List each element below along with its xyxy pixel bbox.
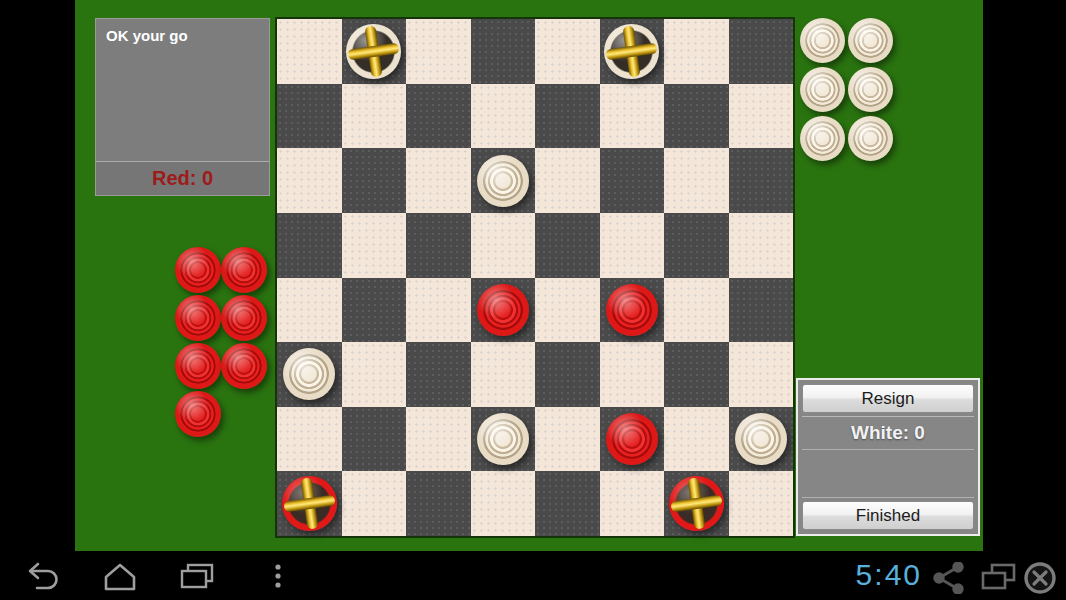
piece-white-man[interactable] [477, 155, 529, 207]
share-icon[interactable] [932, 562, 966, 594]
board-square[interactable] [342, 471, 407, 536]
board-square[interactable] [406, 342, 471, 407]
recents-icon[interactable] [176, 560, 218, 592]
control-panel: Resign White: 0 Finished [796, 378, 980, 536]
board-square[interactable] [535, 84, 600, 149]
board-square[interactable] [471, 19, 536, 84]
board-square[interactable] [471, 342, 536, 407]
board-square[interactable] [471, 471, 536, 536]
board-square[interactable] [600, 213, 665, 278]
game-table: OK your go Red: 0 Resign White: 0 Finish… [75, 0, 983, 551]
board-square[interactable] [342, 407, 407, 472]
piece-white-man[interactable] [735, 413, 787, 465]
resign-button[interactable]: Resign [802, 384, 974, 413]
captured-white-piece [800, 18, 845, 63]
status-clock: 5:40 [836, 558, 922, 592]
board-square[interactable] [600, 471, 665, 536]
captured-white-piece [848, 116, 893, 161]
home-icon[interactable] [100, 560, 140, 592]
board-square[interactable] [600, 84, 665, 149]
board-square[interactable] [729, 213, 794, 278]
board-square[interactable] [535, 278, 600, 343]
board-square[interactable] [600, 407, 665, 472]
board-square[interactable] [729, 278, 794, 343]
board-square[interactable] [729, 84, 794, 149]
captured-white-piece [848, 18, 893, 63]
king-cross-icon [601, 20, 663, 82]
board-square[interactable] [277, 84, 342, 149]
board-square[interactable] [664, 19, 729, 84]
king-cross-icon [278, 473, 340, 535]
board-square[interactable] [664, 84, 729, 149]
board-square[interactable] [342, 278, 407, 343]
piece-red-king[interactable] [669, 476, 724, 531]
piece-red-king[interactable] [282, 476, 337, 531]
piece-white-king[interactable] [604, 24, 659, 79]
captured-red-piece [175, 391, 221, 437]
board-square[interactable] [729, 19, 794, 84]
board-square[interactable] [471, 148, 536, 213]
board-square[interactable] [471, 278, 536, 343]
panel-spacer [802, 449, 974, 498]
board-square[interactable] [535, 342, 600, 407]
board-square[interactable] [729, 471, 794, 536]
tablet-screen: { "game": "checkers", "app": { "table_co… [0, 0, 1066, 600]
white-score: White: 0 [802, 416, 974, 449]
board-square[interactable] [277, 278, 342, 343]
board-square[interactable] [664, 148, 729, 213]
board-square[interactable] [406, 213, 471, 278]
board-square[interactable] [600, 19, 665, 84]
board-square[interactable] [600, 148, 665, 213]
screen-mirror-icon[interactable] [978, 562, 1020, 592]
board-square[interactable] [471, 213, 536, 278]
board-square[interactable] [342, 84, 407, 149]
menu-icon[interactable] [272, 563, 284, 589]
captured-white-piece [800, 67, 845, 112]
board-square[interactable] [535, 471, 600, 536]
board-square[interactable] [535, 19, 600, 84]
board-square[interactable] [406, 148, 471, 213]
board-square[interactable] [664, 342, 729, 407]
captured-red-tray [175, 247, 267, 437]
board-square[interactable] [342, 19, 407, 84]
board-square[interactable] [664, 213, 729, 278]
board-square[interactable] [406, 19, 471, 84]
captured-red-piece [221, 343, 267, 389]
android-navbar: 5:40 [0, 551, 1066, 600]
piece-white-man[interactable] [283, 348, 335, 400]
back-icon[interactable] [22, 561, 62, 591]
board-square[interactable] [471, 84, 536, 149]
board-square[interactable] [406, 407, 471, 472]
checkers-board[interactable] [275, 17, 795, 538]
board-square[interactable] [664, 407, 729, 472]
captured-red-piece [175, 343, 221, 389]
board-square[interactable] [664, 278, 729, 343]
close-icon[interactable] [1022, 560, 1058, 596]
piece-red-man[interactable] [606, 284, 658, 336]
captured-red-piece [221, 295, 267, 341]
board-square[interactable] [729, 342, 794, 407]
captured-red-piece [221, 247, 267, 293]
board-square[interactable] [600, 278, 665, 343]
board-square[interactable] [277, 407, 342, 472]
board-square[interactable] [471, 407, 536, 472]
board-square[interactable] [535, 407, 600, 472]
board-square[interactable] [342, 342, 407, 407]
captured-white-tray [800, 18, 893, 161]
board-square[interactable] [664, 471, 729, 536]
piece-white-man[interactable] [477, 413, 529, 465]
board-square[interactable] [406, 278, 471, 343]
board-square[interactable] [277, 148, 342, 213]
piece-white-king[interactable] [346, 24, 401, 79]
status-panel: OK your go Red: 0 [95, 18, 270, 196]
king-cross-icon [665, 473, 727, 535]
board-square[interactable] [277, 213, 342, 278]
captured-red-piece [175, 247, 221, 293]
board-square[interactable] [406, 471, 471, 536]
red-score: Red: 0 [96, 161, 269, 195]
finished-button[interactable]: Finished [802, 501, 974, 530]
board-square[interactable] [342, 148, 407, 213]
board-square[interactable] [277, 19, 342, 84]
status-message: OK your go [106, 27, 261, 44]
board-square[interactable] [406, 84, 471, 149]
board-square[interactable] [729, 148, 794, 213]
captured-red-piece [175, 295, 221, 341]
captured-white-piece [800, 116, 845, 161]
board-square[interactable] [535, 213, 600, 278]
piece-red-man[interactable] [606, 413, 658, 465]
king-cross-icon [343, 20, 405, 82]
piece-red-man[interactable] [477, 284, 529, 336]
board-square[interactable] [277, 471, 342, 536]
captured-white-piece [848, 67, 893, 112]
board-square[interactable] [729, 407, 794, 472]
board-square[interactable] [277, 342, 342, 407]
board-square[interactable] [342, 213, 407, 278]
board-square[interactable] [535, 148, 600, 213]
board-square[interactable] [600, 342, 665, 407]
